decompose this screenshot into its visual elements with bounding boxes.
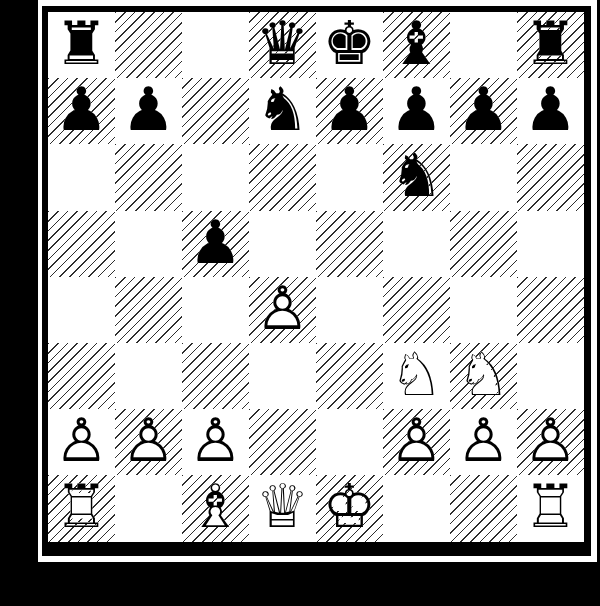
- white-rook-glyph: ♖: [55, 476, 109, 536]
- square-g1[interactable]: [450, 475, 517, 541]
- square-c6[interactable]: [182, 144, 249, 210]
- black-pawn-glyph: ♟: [122, 79, 176, 139]
- square-f2[interactable]: ♟♙: [383, 409, 450, 475]
- square-d7[interactable]: ♞♞: [249, 78, 316, 144]
- white-knight[interactable]: ♞♘: [450, 343, 517, 409]
- white-pawn[interactable]: ♟♙: [48, 409, 115, 475]
- square-a4[interactable]: [48, 277, 115, 343]
- square-a2[interactable]: ♟♙: [48, 409, 115, 475]
- white-pawn-glyph: ♙: [457, 410, 511, 470]
- square-b5[interactable]: [115, 211, 182, 277]
- square-f8[interactable]: ♝♝: [383, 12, 450, 78]
- black-rook[interactable]: ♜♜: [517, 12, 584, 78]
- square-g3[interactable]: ♞♘: [450, 343, 517, 409]
- square-f3[interactable]: ♞♘: [383, 343, 450, 409]
- square-a7[interactable]: ♟♟: [48, 78, 115, 144]
- square-a6[interactable]: [48, 144, 115, 210]
- square-d5[interactable]: [249, 211, 316, 277]
- square-e2[interactable]: [316, 409, 383, 475]
- square-h3[interactable]: [517, 343, 584, 409]
- black-pawn[interactable]: ♟♟: [48, 78, 115, 144]
- white-knight-glyph: ♘: [457, 344, 511, 404]
- white-bishop-glyph: ♗: [189, 476, 243, 536]
- white-rook[interactable]: ♜♖: [517, 475, 584, 541]
- black-king[interactable]: ♚♚: [316, 12, 383, 78]
- white-rook[interactable]: ♜♖: [48, 475, 115, 541]
- square-b4[interactable]: [115, 277, 182, 343]
- square-c7[interactable]: [182, 78, 249, 144]
- black-bishop-glyph: ♝: [390, 13, 444, 73]
- black-pawn[interactable]: ♟♟: [383, 78, 450, 144]
- square-d4[interactable]: ♟♙: [249, 277, 316, 343]
- square-e4[interactable]: [316, 277, 383, 343]
- black-knight[interactable]: ♞♞: [249, 78, 316, 144]
- square-c2[interactable]: ♟♙: [182, 409, 249, 475]
- square-c1[interactable]: ♝♗: [182, 475, 249, 541]
- square-c4[interactable]: [182, 277, 249, 343]
- square-f1[interactable]: [383, 475, 450, 541]
- square-c3[interactable]: [182, 343, 249, 409]
- square-a3[interactable]: [48, 343, 115, 409]
- white-pawn-glyph: ♙: [122, 410, 176, 470]
- white-pawn-glyph: ♙: [524, 410, 578, 470]
- square-e8[interactable]: ♚♚: [316, 12, 383, 78]
- square-e1[interactable]: ♚♔: [316, 475, 383, 541]
- square-a8[interactable]: ♜♜: [48, 12, 115, 78]
- square-g8[interactable]: [450, 12, 517, 78]
- square-d3[interactable]: [249, 343, 316, 409]
- square-e5[interactable]: [316, 211, 383, 277]
- square-c8[interactable]: [182, 12, 249, 78]
- white-bishop[interactable]: ♝♗: [182, 475, 249, 541]
- black-pawn[interactable]: ♟♟: [450, 78, 517, 144]
- square-a1[interactable]: ♜♖: [48, 475, 115, 541]
- square-h7[interactable]: ♟♟: [517, 78, 584, 144]
- square-d2[interactable]: [249, 409, 316, 475]
- black-pawn-glyph: ♟: [323, 79, 377, 139]
- white-pawn[interactable]: ♟♙: [182, 409, 249, 475]
- square-h8[interactable]: ♜♜: [517, 12, 584, 78]
- white-knight-glyph: ♘: [390, 344, 444, 404]
- white-king[interactable]: ♚♔: [316, 475, 383, 541]
- square-g6[interactable]: [450, 144, 517, 210]
- square-h2[interactable]: ♟♙: [517, 409, 584, 475]
- black-knight[interactable]: ♞♞: [383, 144, 450, 210]
- white-pawn[interactable]: ♟♙: [517, 409, 584, 475]
- square-d6[interactable]: [249, 144, 316, 210]
- square-h4[interactable]: [517, 277, 584, 343]
- square-b2[interactable]: ♟♙: [115, 409, 182, 475]
- black-pawn[interactable]: ♟♟: [182, 211, 249, 277]
- black-bishop[interactable]: ♝♝: [383, 12, 450, 78]
- white-pawn[interactable]: ♟♙: [450, 409, 517, 475]
- black-king-glyph: ♚: [323, 13, 377, 73]
- square-b7[interactable]: ♟♟: [115, 78, 182, 144]
- square-a5[interactable]: [48, 211, 115, 277]
- black-queen-glyph: ♛: [256, 13, 310, 73]
- black-rook-glyph: ♜: [524, 13, 578, 73]
- square-f4[interactable]: [383, 277, 450, 343]
- black-knight-glyph: ♞: [390, 145, 444, 205]
- square-c5[interactable]: ♟♟: [182, 211, 249, 277]
- white-queen-glyph: ♕: [256, 476, 310, 536]
- page-background: ♜♜♛♛♚♚♝♝♜♜♟♟♟♟♞♞♟♟♟♟♟♟♟♟♞♞♟♟♟♙♞♘♞♘♟♙♟♙♟♙…: [0, 0, 600, 606]
- square-f5[interactable]: [383, 211, 450, 277]
- diagram-margin: ♜♜♛♛♚♚♝♝♜♜♟♟♟♟♞♞♟♟♟♟♟♟♟♟♞♞♟♟♟♙♞♘♞♘♟♙♟♙♟♙…: [38, 0, 597, 562]
- black-pawn-glyph: ♟: [390, 79, 444, 139]
- black-pawn-glyph: ♟: [189, 211, 243, 271]
- black-pawn-glyph: ♟: [457, 79, 511, 139]
- black-pawn-glyph: ♟: [524, 79, 578, 139]
- chess-board-frame: ♜♜♛♛♚♚♝♝♜♜♟♟♟♟♞♞♟♟♟♟♟♟♟♟♞♞♟♟♟♙♞♘♞♘♟♙♟♙♟♙…: [42, 6, 591, 556]
- white-pawn-glyph: ♙: [390, 410, 444, 470]
- white-pawn[interactable]: ♟♙: [383, 409, 450, 475]
- square-g5[interactable]: [450, 211, 517, 277]
- square-b1[interactable]: [115, 475, 182, 541]
- black-pawn[interactable]: ♟♟: [115, 78, 182, 144]
- white-knight[interactable]: ♞♘: [383, 343, 450, 409]
- black-pawn-glyph: ♟: [55, 79, 109, 139]
- square-d1[interactable]: ♛♕: [249, 475, 316, 541]
- square-b8[interactable]: [115, 12, 182, 78]
- black-knight-glyph: ♞: [256, 79, 310, 139]
- white-rook-glyph: ♖: [524, 476, 578, 536]
- black-rook-glyph: ♜: [55, 13, 109, 73]
- square-f6[interactable]: ♞♞: [383, 144, 450, 210]
- white-pawn-glyph: ♙: [256, 277, 310, 337]
- square-e6[interactable]: [316, 144, 383, 210]
- white-queen[interactable]: ♛♕: [249, 475, 316, 541]
- square-h6[interactable]: [517, 144, 584, 210]
- square-g7[interactable]: ♟♟: [450, 78, 517, 144]
- square-b6[interactable]: [115, 144, 182, 210]
- square-d8[interactable]: ♛♛: [249, 12, 316, 78]
- square-g2[interactable]: ♟♙: [450, 409, 517, 475]
- white-pawn[interactable]: ♟♙: [249, 277, 316, 343]
- black-pawn[interactable]: ♟♟: [517, 78, 584, 144]
- square-f7[interactable]: ♟♟: [383, 78, 450, 144]
- black-rook[interactable]: ♜♜: [48, 12, 115, 78]
- chess-board: ♜♜♛♛♚♚♝♝♜♜♟♟♟♟♞♞♟♟♟♟♟♟♟♟♞♞♟♟♟♙♞♘♞♘♟♙♟♙♟♙…: [48, 12, 584, 542]
- black-queen[interactable]: ♛♛: [249, 12, 316, 78]
- square-b3[interactable]: [115, 343, 182, 409]
- black-pawn[interactable]: ♟♟: [316, 78, 383, 144]
- square-h1[interactable]: ♜♖: [517, 475, 584, 541]
- white-pawn[interactable]: ♟♙: [115, 409, 182, 475]
- square-g4[interactable]: [450, 277, 517, 343]
- square-e3[interactable]: [316, 343, 383, 409]
- square-e7[interactable]: ♟♟: [316, 78, 383, 144]
- white-pawn-glyph: ♙: [189, 410, 243, 470]
- white-pawn-glyph: ♙: [55, 410, 109, 470]
- white-king-glyph: ♔: [323, 476, 377, 536]
- square-h5[interactable]: [517, 211, 584, 277]
